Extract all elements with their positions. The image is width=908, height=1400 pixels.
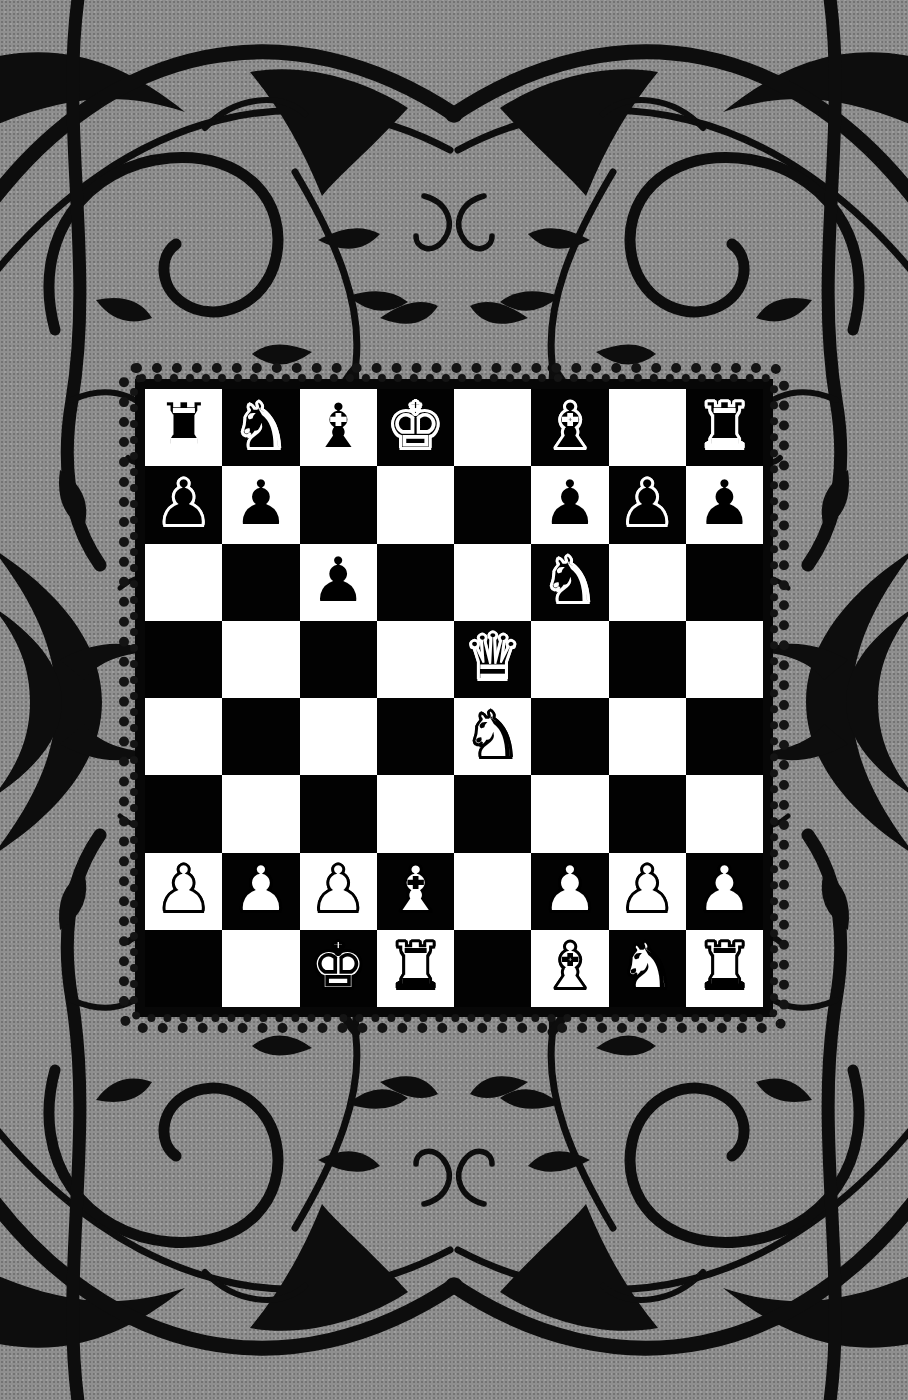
square-e7[interactable] xyxy=(454,466,531,543)
square-d7[interactable] xyxy=(377,466,454,543)
square-g1[interactable]: ♞ xyxy=(609,930,686,1007)
white-knight: ♞ xyxy=(618,934,675,998)
white-bishop: ♝ xyxy=(387,857,444,921)
square-e1[interactable] xyxy=(454,930,531,1007)
black-bishop: ♝ xyxy=(309,394,366,458)
square-d4[interactable] xyxy=(377,698,454,775)
black-bishop: ♝ xyxy=(541,394,598,458)
chess-board-frame: ♜♞♝♚♝♜♟♟♟♟♟♟♞♛♞♟♟♟♝♟♟♟♚♜♝♞♜ xyxy=(135,379,773,1017)
square-b4[interactable] xyxy=(222,698,299,775)
square-h4[interactable] xyxy=(686,698,763,775)
black-king: ♚ xyxy=(387,394,444,458)
square-f8[interactable]: ♝ xyxy=(531,389,608,466)
square-f7[interactable]: ♟ xyxy=(531,466,608,543)
square-h8[interactable]: ♜ xyxy=(686,389,763,466)
square-g2[interactable]: ♟ xyxy=(609,853,686,930)
square-d1[interactable]: ♜ xyxy=(377,930,454,1007)
square-g6[interactable] xyxy=(609,544,686,621)
chess-board: ♜♞♝♚♝♜♟♟♟♟♟♟♞♛♞♟♟♟♝♟♟♟♚♜♝♞♜ xyxy=(145,389,763,1007)
square-e2[interactable] xyxy=(454,853,531,930)
white-pawn: ♟ xyxy=(618,857,675,921)
square-h2[interactable]: ♟ xyxy=(686,853,763,930)
square-e6[interactable] xyxy=(454,544,531,621)
white-rook: ♜ xyxy=(387,934,444,998)
square-b2[interactable]: ♟ xyxy=(222,853,299,930)
square-h1[interactable]: ♜ xyxy=(686,930,763,1007)
black-rook: ♜ xyxy=(155,394,212,458)
black-queen: ♛ xyxy=(464,625,521,689)
square-g8[interactable] xyxy=(609,389,686,466)
white-pawn: ♟ xyxy=(232,857,289,921)
square-f3[interactable] xyxy=(531,775,608,852)
square-a1[interactable] xyxy=(145,930,222,1007)
square-e4[interactable]: ♞ xyxy=(454,698,531,775)
white-knight: ♞ xyxy=(464,703,521,767)
square-d8[interactable]: ♚ xyxy=(377,389,454,466)
square-b1[interactable] xyxy=(222,930,299,1007)
square-d5[interactable] xyxy=(377,621,454,698)
black-knight: ♞ xyxy=(541,548,598,612)
square-g4[interactable] xyxy=(609,698,686,775)
square-b7[interactable]: ♟ xyxy=(222,466,299,543)
square-f1[interactable]: ♝ xyxy=(531,930,608,1007)
square-f2[interactable]: ♟ xyxy=(531,853,608,930)
white-king: ♚ xyxy=(309,934,366,998)
square-a7[interactable]: ♟ xyxy=(145,466,222,543)
square-g7[interactable]: ♟ xyxy=(609,466,686,543)
square-d3[interactable] xyxy=(377,775,454,852)
square-f6[interactable]: ♞ xyxy=(531,544,608,621)
black-pawn: ♟ xyxy=(309,548,366,612)
square-a5[interactable] xyxy=(145,621,222,698)
square-c2[interactable]: ♟ xyxy=(300,853,377,930)
black-knight: ♞ xyxy=(232,394,289,458)
square-b3[interactable] xyxy=(222,775,299,852)
black-pawn: ♟ xyxy=(155,471,212,535)
white-rook: ♜ xyxy=(696,934,753,998)
square-h5[interactable] xyxy=(686,621,763,698)
black-pawn: ♟ xyxy=(696,471,753,535)
white-pawn: ♟ xyxy=(309,857,366,921)
square-c8[interactable]: ♝ xyxy=(300,389,377,466)
square-g5[interactable] xyxy=(609,621,686,698)
square-b8[interactable]: ♞ xyxy=(222,389,299,466)
square-g3[interactable] xyxy=(609,775,686,852)
square-c6[interactable]: ♟ xyxy=(300,544,377,621)
square-d6[interactable] xyxy=(377,544,454,621)
white-pawn: ♟ xyxy=(541,857,598,921)
black-rook: ♜ xyxy=(696,394,753,458)
square-a4[interactable] xyxy=(145,698,222,775)
square-c7[interactable] xyxy=(300,466,377,543)
white-pawn: ♟ xyxy=(155,857,212,921)
square-h7[interactable]: ♟ xyxy=(686,466,763,543)
black-pawn: ♟ xyxy=(232,471,289,535)
white-pawn: ♟ xyxy=(696,857,753,921)
square-a2[interactable]: ♟ xyxy=(145,853,222,930)
square-b6[interactable] xyxy=(222,544,299,621)
square-a6[interactable] xyxy=(145,544,222,621)
book-page: ♜♞♝♚♝♜♟♟♟♟♟♟♞♛♞♟♟♟♝♟♟♟♚♜♝♞♜ xyxy=(0,0,908,1400)
square-a3[interactable] xyxy=(145,775,222,852)
black-pawn: ♟ xyxy=(618,471,675,535)
square-c5[interactable] xyxy=(300,621,377,698)
square-f5[interactable] xyxy=(531,621,608,698)
square-e5[interactable]: ♛ xyxy=(454,621,531,698)
square-f4[interactable] xyxy=(531,698,608,775)
black-pawn: ♟ xyxy=(541,471,598,535)
square-a8[interactable]: ♜ xyxy=(145,389,222,466)
square-h6[interactable] xyxy=(686,544,763,621)
square-e3[interactable] xyxy=(454,775,531,852)
white-bishop: ♝ xyxy=(541,934,598,998)
square-d2[interactable]: ♝ xyxy=(377,853,454,930)
square-e8[interactable] xyxy=(454,389,531,466)
square-c3[interactable] xyxy=(300,775,377,852)
square-b5[interactable] xyxy=(222,621,299,698)
square-c1[interactable]: ♚ xyxy=(300,930,377,1007)
square-h3[interactable] xyxy=(686,775,763,852)
square-c4[interactable] xyxy=(300,698,377,775)
